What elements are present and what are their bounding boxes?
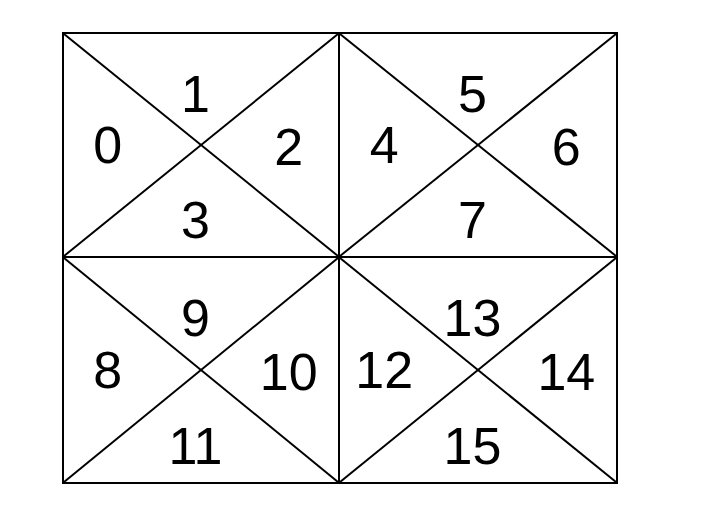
diagram-canvas: 0 1 2 3 4 5 6 7 8 9 10 11 bbox=[0, 0, 708, 516]
triangle-0-label: 0 bbox=[93, 119, 122, 171]
triangle-2-label: 2 bbox=[274, 121, 303, 173]
triangle-15-label: 15 bbox=[444, 420, 502, 472]
triangle-10-label: 10 bbox=[260, 346, 318, 398]
triangle-5-label: 5 bbox=[458, 68, 487, 120]
triangle-4-label: 4 bbox=[370, 119, 399, 171]
triangle-6-label: 6 bbox=[552, 121, 581, 173]
square-bottom-left: 8 9 10 11 bbox=[64, 258, 340, 482]
square-top-right: 4 5 6 7 bbox=[340, 34, 616, 258]
triangle-1-label: 1 bbox=[181, 68, 210, 120]
triangle-14-label: 14 bbox=[537, 346, 595, 398]
triangle-3-label: 3 bbox=[181, 194, 210, 246]
triangle-11-label: 11 bbox=[169, 420, 223, 472]
triangle-8-label: 8 bbox=[93, 344, 122, 396]
triangle-7-label: 7 bbox=[458, 194, 487, 246]
triangle-13-label: 13 bbox=[444, 292, 502, 344]
triangle-grid-board: 0 1 2 3 4 5 6 7 8 9 10 11 bbox=[62, 32, 618, 484]
triangle-9-label: 9 bbox=[181, 292, 210, 344]
square-bottom-right: 12 13 14 15 bbox=[340, 258, 616, 482]
square-top-left: 0 1 2 3 bbox=[64, 34, 340, 258]
triangle-12-label: 12 bbox=[355, 344, 413, 396]
